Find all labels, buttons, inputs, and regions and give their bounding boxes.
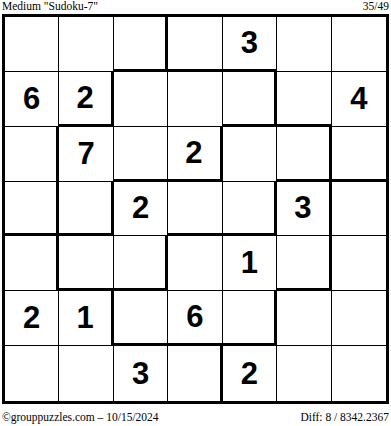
cell-r4c3[interactable]: 2 — [114, 182, 168, 237]
cell-r4c6[interactable]: 3 — [277, 182, 331, 237]
footer: ©grouppuzzles.com – 10/15/2024 Diff: 8 /… — [2, 411, 389, 424]
given-digit: 3 — [294, 190, 311, 226]
footer-difficulty: Diff: 8 / 8342.2367 — [300, 411, 389, 424]
cell-r6c1[interactable]: 2 — [5, 291, 59, 346]
given-digit: 2 — [77, 80, 94, 116]
cell-r6c6[interactable] — [277, 291, 331, 346]
cell-r6c7[interactable] — [332, 291, 386, 346]
cell-r7c6[interactable] — [277, 346, 331, 401]
cell-r6c2[interactable]: 1 — [59, 291, 113, 346]
cell-r1c1[interactable] — [5, 17, 59, 72]
cell-r2c3[interactable] — [114, 72, 168, 127]
cell-r5c2[interactable] — [59, 236, 113, 291]
header: Medium "Sudoku-7" 35/49 — [2, 0, 389, 13]
cell-r4c7[interactable] — [332, 182, 386, 237]
footer-copyright: ©grouppuzzles.com – 10/15/2024 — [2, 411, 159, 424]
cell-r7c5[interactable]: 2 — [223, 346, 277, 401]
cell-r5c7[interactable] — [332, 236, 386, 291]
cell-r3c1[interactable] — [5, 127, 59, 182]
cell-r1c5[interactable]: 3 — [223, 17, 277, 72]
cell-r3c5[interactable] — [223, 127, 277, 182]
given-digit: 2 — [185, 135, 202, 171]
cell-r6c4[interactable]: 6 — [168, 291, 222, 346]
cell-r7c3[interactable]: 3 — [114, 346, 168, 401]
cell-r2c2[interactable]: 2 — [59, 72, 113, 127]
given-digit: 6 — [23, 81, 40, 117]
cell-r7c7[interactable] — [332, 346, 386, 401]
cell-r2c6[interactable] — [277, 72, 331, 127]
cell-r3c7[interactable] — [332, 127, 386, 182]
cell-r1c7[interactable] — [332, 17, 386, 72]
cell-r5c4[interactable] — [168, 236, 222, 291]
cell-r2c4[interactable] — [168, 72, 222, 127]
given-digit: 4 — [350, 81, 367, 117]
cell-r6c3[interactable] — [114, 291, 168, 346]
cell-r5c1[interactable] — [5, 236, 59, 291]
cell-r7c1[interactable] — [5, 346, 59, 401]
puzzle-page: Medium "Sudoku-7" 35/49 36247223121632 ©… — [0, 0, 391, 426]
cell-r4c2[interactable] — [59, 182, 113, 237]
cell-r3c6[interactable] — [277, 127, 331, 182]
cell-r4c4[interactable] — [168, 182, 222, 237]
given-digit: 2 — [23, 300, 40, 336]
cell-r4c1[interactable] — [5, 182, 59, 237]
cell-r2c7[interactable]: 4 — [332, 72, 386, 127]
cell-r5c3[interactable] — [114, 236, 168, 291]
given-digit: 2 — [132, 190, 149, 226]
given-digit: 1 — [241, 245, 258, 281]
cell-r4c5[interactable] — [223, 182, 277, 237]
page-title: Medium "Sudoku-7" — [2, 0, 98, 13]
puzzle-counter: 35/49 — [363, 0, 389, 13]
given-digit: 7 — [78, 136, 95, 172]
given-digit: 6 — [186, 299, 203, 335]
cell-r2c1[interactable]: 6 — [5, 72, 59, 127]
given-digit: 3 — [132, 356, 149, 392]
given-digit: 3 — [241, 25, 258, 61]
cell-r3c4[interactable]: 2 — [168, 127, 222, 182]
cell-r7c4[interactable] — [168, 346, 222, 401]
cell-r1c3[interactable] — [114, 17, 168, 72]
cell-r2c5[interactable] — [223, 72, 277, 127]
cell-r1c4[interactable] — [168, 17, 222, 72]
given-digit: 1 — [77, 300, 94, 336]
cell-r6c5[interactable] — [223, 291, 277, 346]
cell-r3c3[interactable] — [114, 127, 168, 182]
cell-r5c5[interactable]: 1 — [223, 236, 277, 291]
given-digit: 2 — [241, 356, 258, 392]
cell-r7c2[interactable] — [59, 346, 113, 401]
cell-r1c2[interactable] — [59, 17, 113, 72]
cell-r5c6[interactable] — [277, 236, 331, 291]
cell-r1c6[interactable] — [277, 17, 331, 72]
board: 36247223121632 — [2, 14, 389, 404]
cell-r3c2[interactable]: 7 — [59, 127, 113, 182]
